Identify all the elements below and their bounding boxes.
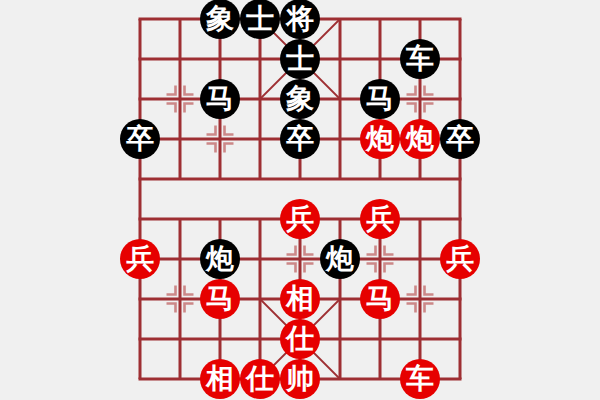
piece-red-soldier[interactable]: 兵 bbox=[120, 239, 160, 279]
piece-red-advisor[interactable]: 仕 bbox=[280, 319, 320, 359]
piece-red-cannon[interactable]: 炮 bbox=[400, 119, 440, 159]
piece-red-horse[interactable]: 马 bbox=[360, 279, 400, 319]
piece-black-soldier[interactable]: 卒 bbox=[280, 119, 320, 159]
piece-black-soldier[interactable]: 卒 bbox=[440, 119, 480, 159]
piece-black-cannon[interactable]: 炮 bbox=[200, 239, 240, 279]
piece-red-elephant[interactable]: 相 bbox=[200, 359, 240, 399]
piece-black-horse[interactable]: 马 bbox=[360, 79, 400, 119]
piece-black-advisor[interactable]: 士 bbox=[240, 0, 280, 39]
piece-red-chariot[interactable]: 车 bbox=[400, 359, 440, 399]
piece-red-general[interactable]: 帅 bbox=[280, 359, 320, 399]
piece-black-horse[interactable]: 马 bbox=[200, 79, 240, 119]
piece-black-general[interactable]: 将 bbox=[280, 0, 320, 39]
xiangqi-board: 象士将士车马象马卒卒炮炮卒兵兵兵炮炮兵马相马仕相仕帅车 bbox=[120, 0, 480, 399]
piece-red-elephant[interactable]: 相 bbox=[280, 279, 320, 319]
piece-red-cannon[interactable]: 炮 bbox=[360, 119, 400, 159]
piece-black-soldier[interactable]: 卒 bbox=[120, 119, 160, 159]
piece-black-chariot[interactable]: 车 bbox=[400, 39, 440, 79]
piece-red-soldier[interactable]: 兵 bbox=[280, 199, 320, 239]
board-grid[interactable]: 象士将士车马象马卒卒炮炮卒兵兵兵炮炮兵马相马仕相仕帅车 bbox=[120, 0, 480, 399]
piece-red-soldier[interactable]: 兵 bbox=[440, 239, 480, 279]
xiangqi-app-screen: 象士将士车马象马卒卒炮炮卒兵兵兵炮炮兵马相马仕相仕帅车 bbox=[0, 0, 600, 400]
piece-red-horse[interactable]: 马 bbox=[200, 279, 240, 319]
piece-black-advisor[interactable]: 士 bbox=[280, 39, 320, 79]
piece-red-soldier[interactable]: 兵 bbox=[360, 199, 400, 239]
piece-black-elephant[interactable]: 象 bbox=[200, 0, 240, 39]
piece-black-cannon[interactable]: 炮 bbox=[320, 239, 360, 279]
piece-red-advisor[interactable]: 仕 bbox=[240, 359, 280, 399]
piece-black-elephant[interactable]: 象 bbox=[280, 79, 320, 119]
